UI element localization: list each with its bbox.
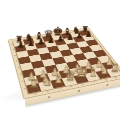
file-labels-top-h: h [79,29,83,30]
file-labels-bottom-f: f [91,80,97,82]
file-labels-bottom-g: g [102,78,108,80]
file-labels-top-b: b [25,37,30,38]
product-photo-stage: ♜♞♝♛♚♝♞♜♟♟♟♟♟♟♟♟♟♟♟♟♟♟♟♟♜♞♝♛♚♝♞♜ abcdefg… [0,0,120,120]
file-labels-top-c: c [35,36,39,37]
file-labels-bottom-a: a [33,92,39,94]
file-labels-bottom-h: h [113,76,119,78]
piece-white-rook[interactable]: ♜ [24,66,45,89]
file-labels-bottom-d: d [69,85,75,87]
rank-labels-right-6: 6 [95,40,98,42]
latch-dot [77,90,79,92]
file-labels-top-g: g [71,31,75,32]
latch-dot [106,84,108,86]
file-labels-top-a: a [16,39,21,40]
rank-labels-left-6: 6 [14,53,17,56]
file-labels-bottom-c: c [57,87,63,89]
file-labels-top-e: e [53,33,57,34]
chess-board: ♜♞♝♛♚♝♞♜♟♟♟♟♟♟♟♟♟♟♟♟♟♟♟♟♜♞♝♛♚♝♞♜ abcdefg… [8,27,120,99]
latch-dot [47,96,49,98]
file-labels-top-f: f [62,32,66,33]
file-labels-bottom-e: e [80,82,86,84]
file-labels-top-d: d [44,35,48,36]
